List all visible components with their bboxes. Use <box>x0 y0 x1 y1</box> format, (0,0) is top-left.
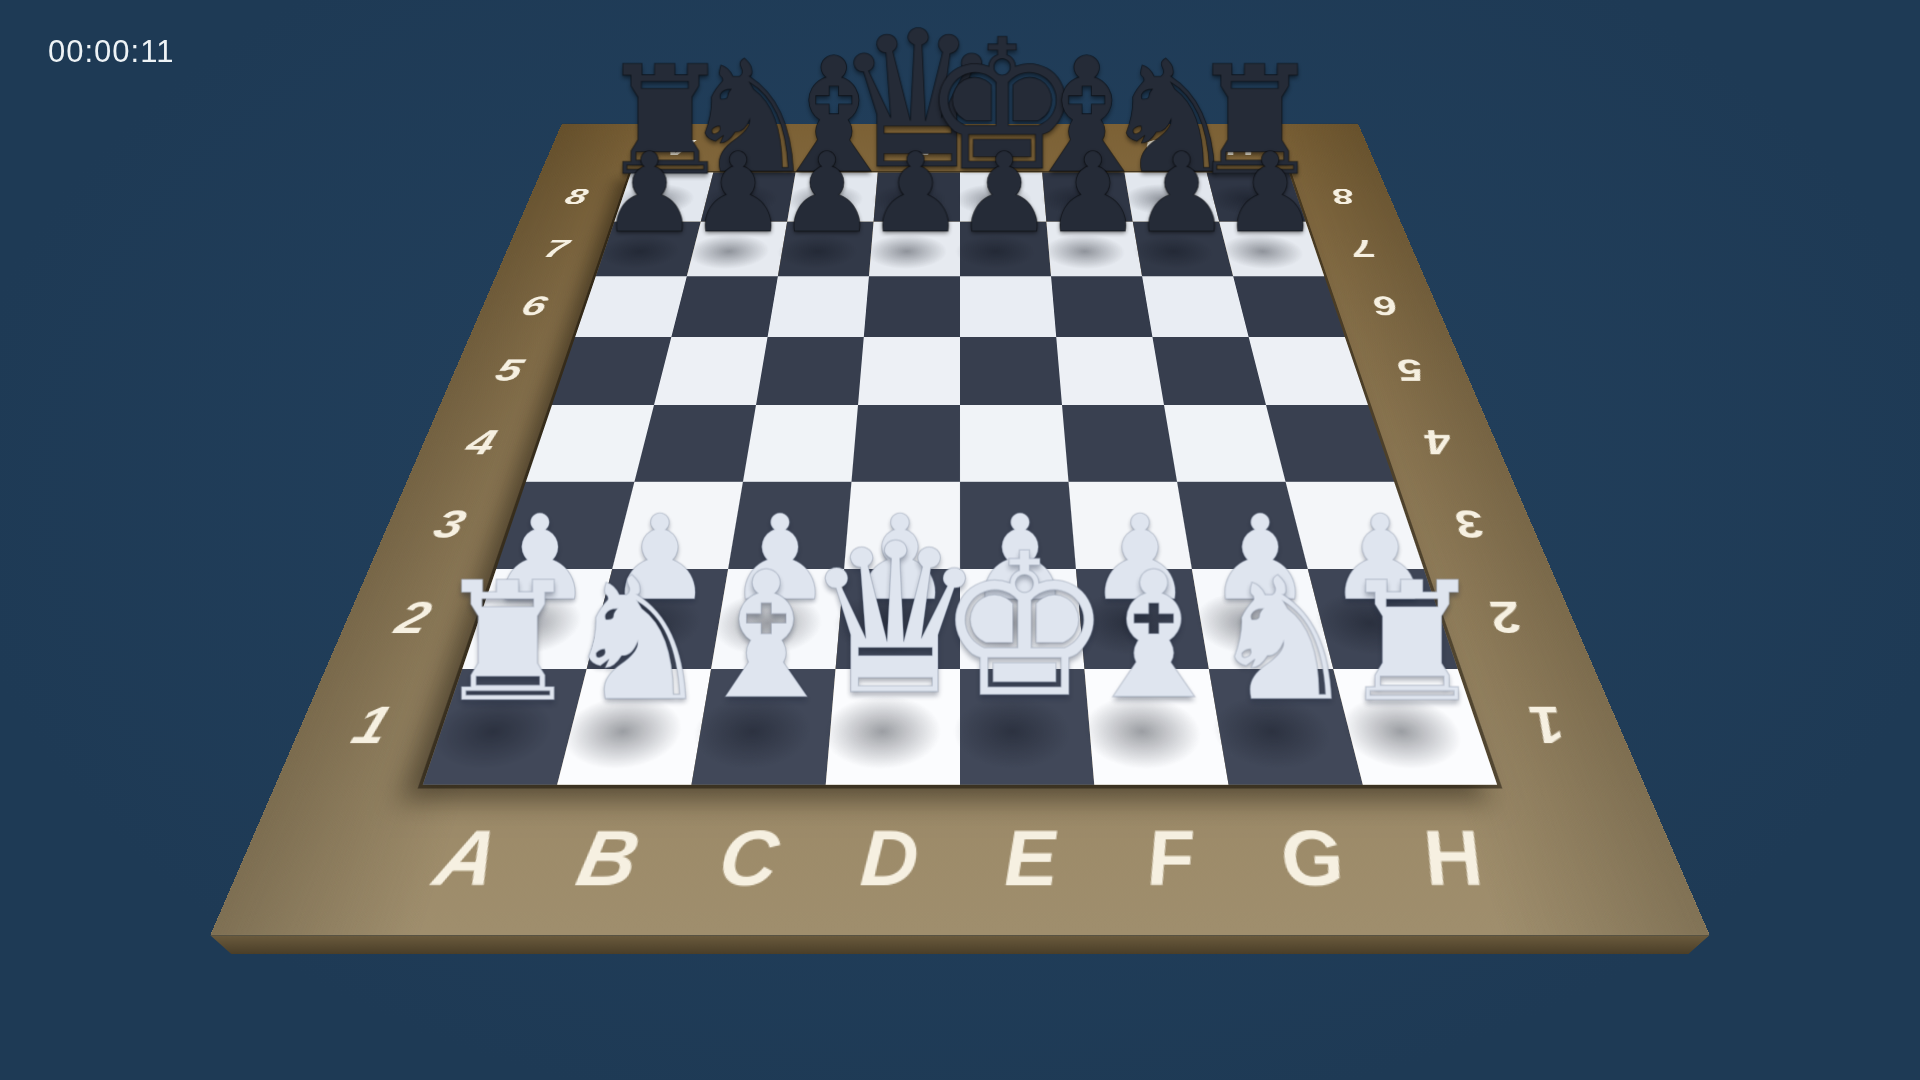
squares-grid: ♜♞♝♛♚♝♞♜♟♟♟♟♟♟♟♟♟♟♟♟♟♟♟♟♜♞♝♛♚♝♞♜ <box>423 172 1497 784</box>
file-label-bottom-a: A <box>372 785 557 935</box>
file-label-bottom-b: B <box>519 785 692 935</box>
file-label-bottom-e: E <box>960 785 1107 935</box>
file-label-bottom-f: F <box>1094 785 1254 935</box>
file-labels-bottom: ABCDEFGH <box>372 785 1548 935</box>
file-label-bottom-g: G <box>1229 785 1402 935</box>
game-timer: 00:00:11 <box>48 34 174 70</box>
black-pawn[interactable]: ♟ <box>1158 29 1382 248</box>
square-h7[interactable]: ♟ <box>1219 222 1324 277</box>
file-label-bottom-h: H <box>1363 785 1548 935</box>
board-front-edge <box>210 935 1709 954</box>
square-h1[interactable]: ♜ <box>1333 669 1497 785</box>
game-viewport: 00:00:11 ABCDEFGH ABCDEFGH 87654321 8765… <box>0 0 1920 1080</box>
scene-3d: ABCDEFGH ABCDEFGH 87654321 87654321 ♜♞♝♛… <box>0 0 1920 1080</box>
file-label-bottom-d: D <box>813 785 960 935</box>
white-rook[interactable]: ♜ <box>1249 406 1576 725</box>
file-label-bottom-c: C <box>666 785 826 935</box>
chess-board: ABCDEFGH ABCDEFGH 87654321 87654321 ♜♞♝♛… <box>210 124 1709 936</box>
